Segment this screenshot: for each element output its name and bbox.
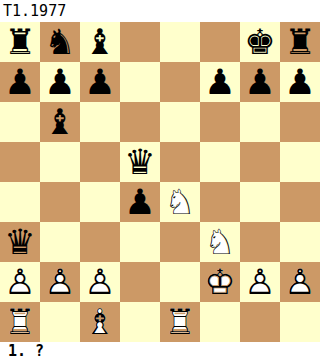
black-pawn-icon: ♟ [40, 62, 80, 102]
black-queen-icon: ♛ [0, 222, 40, 262]
square-e5[interactable] [160, 142, 200, 182]
square-c8[interactable]: ♝ [80, 22, 120, 62]
square-d4[interactable]: ♟ [120, 182, 160, 222]
square-g5[interactable] [240, 142, 280, 182]
white-bishop-icon: ♝♗ [80, 302, 120, 342]
square-a2[interactable]: ♟♙ [0, 262, 40, 302]
square-f1[interactable] [200, 302, 240, 342]
black-pawn-icon: ♟ [80, 62, 120, 102]
square-g8[interactable]: ♚ [240, 22, 280, 62]
header: T1.1977 [0, 0, 320, 22]
square-e6[interactable] [160, 102, 200, 142]
square-e4[interactable]: ♞♘ [160, 182, 200, 222]
square-d7[interactable] [120, 62, 160, 102]
square-b3[interactable] [40, 222, 80, 262]
white-piece-outline: ♔ [200, 262, 240, 302]
square-c6[interactable] [80, 102, 120, 142]
move-prompt: 1. ? [8, 342, 44, 360]
square-c1[interactable]: ♝♗ [80, 302, 120, 342]
square-f8[interactable] [200, 22, 240, 62]
black-pawn-icon: ♟ [280, 62, 320, 102]
square-b4[interactable] [40, 182, 80, 222]
square-e7[interactable] [160, 62, 200, 102]
white-pawn-icon: ♟♙ [280, 262, 320, 302]
square-a6[interactable] [0, 102, 40, 142]
black-pawn-icon: ♟ [0, 62, 40, 102]
square-g7[interactable]: ♟ [240, 62, 280, 102]
white-piece-outline: ♙ [240, 262, 280, 302]
square-b5[interactable] [40, 142, 80, 182]
black-rook-icon: ♜ [280, 22, 320, 62]
white-pawn-icon: ♟♙ [40, 262, 80, 302]
square-h4[interactable] [280, 182, 320, 222]
square-a4[interactable] [0, 182, 40, 222]
square-f4[interactable] [200, 182, 240, 222]
square-h7[interactable]: ♟ [280, 62, 320, 102]
black-pawn-icon: ♟ [120, 182, 160, 222]
square-h3[interactable] [280, 222, 320, 262]
square-g6[interactable] [240, 102, 280, 142]
square-e3[interactable] [160, 222, 200, 262]
white-piece-outline: ♘ [200, 222, 240, 262]
square-f2[interactable]: ♚♔ [200, 262, 240, 302]
square-f3[interactable]: ♞♘ [200, 222, 240, 262]
square-b7[interactable]: ♟ [40, 62, 80, 102]
square-e2[interactable] [160, 262, 200, 302]
white-king-icon: ♚♔ [200, 262, 240, 302]
white-piece-outline: ♙ [280, 262, 320, 302]
square-b6[interactable]: ♝ [40, 102, 80, 142]
white-knight-icon: ♞♘ [160, 182, 200, 222]
white-piece-outline: ♗ [80, 302, 120, 342]
white-pawn-icon: ♟♙ [0, 262, 40, 302]
square-d5[interactable]: ♛ [120, 142, 160, 182]
square-c4[interactable] [80, 182, 120, 222]
black-bishop-icon: ♝ [80, 22, 120, 62]
square-b2[interactable]: ♟♙ [40, 262, 80, 302]
white-pawn-icon: ♟♙ [240, 262, 280, 302]
square-g1[interactable] [240, 302, 280, 342]
square-c5[interactable] [80, 142, 120, 182]
white-piece-outline: ♙ [40, 262, 80, 302]
white-rook-icon: ♜♖ [0, 302, 40, 342]
black-knight-icon: ♞ [40, 22, 80, 62]
square-c2[interactable]: ♟♙ [80, 262, 120, 302]
square-d3[interactable] [120, 222, 160, 262]
square-b1[interactable] [40, 302, 80, 342]
square-d1[interactable] [120, 302, 160, 342]
black-bishop-icon: ♝ [40, 102, 80, 142]
white-piece-outline: ♖ [0, 302, 40, 342]
square-h1[interactable] [280, 302, 320, 342]
chess-board: ♜♞♝♚♜♟♟♟♟♟♟♝♛♟♞♘♛♞♘♟♙♟♙♟♙♚♔♟♙♟♙♜♖♝♗♜♖ [0, 22, 320, 342]
square-f6[interactable] [200, 102, 240, 142]
white-piece-outline: ♘ [160, 182, 200, 222]
square-e1[interactable]: ♜♖ [160, 302, 200, 342]
black-king-icon: ♚ [240, 22, 280, 62]
white-rook-icon: ♜♖ [160, 302, 200, 342]
square-h2[interactable]: ♟♙ [280, 262, 320, 302]
square-g3[interactable] [240, 222, 280, 262]
page-title: T1.1977 [3, 2, 66, 20]
square-a5[interactable] [0, 142, 40, 182]
black-pawn-icon: ♟ [200, 62, 240, 102]
white-piece-outline: ♖ [160, 302, 200, 342]
square-h5[interactable] [280, 142, 320, 182]
square-c7[interactable]: ♟ [80, 62, 120, 102]
square-h8[interactable]: ♜ [280, 22, 320, 62]
square-a1[interactable]: ♜♖ [0, 302, 40, 342]
black-pawn-icon: ♟ [240, 62, 280, 102]
white-piece-outline: ♙ [80, 262, 120, 302]
black-rook-icon: ♜ [0, 22, 40, 62]
black-queen-icon: ♛ [120, 142, 160, 182]
square-f7[interactable]: ♟ [200, 62, 240, 102]
square-a3[interactable]: ♛ [0, 222, 40, 262]
square-f5[interactable] [200, 142, 240, 182]
square-c3[interactable] [80, 222, 120, 262]
square-g2[interactable]: ♟♙ [240, 262, 280, 302]
white-pawn-icon: ♟♙ [80, 262, 120, 302]
square-h6[interactable] [280, 102, 320, 142]
square-e8[interactable] [160, 22, 200, 62]
white-piece-outline: ♙ [0, 262, 40, 302]
chess-diagram-page: T1.1977 ♜♞♝♚♜♟♟♟♟♟♟♝♛♟♞♘♛♞♘♟♙♟♙♟♙♚♔♟♙♟♙♜… [0, 0, 320, 360]
square-g4[interactable] [240, 182, 280, 222]
square-d2[interactable] [120, 262, 160, 302]
square-a8[interactable]: ♜ [0, 22, 40, 62]
footer: 1. ? [0, 342, 320, 360]
square-d8[interactable] [120, 22, 160, 62]
white-knight-icon: ♞♘ [200, 222, 240, 262]
square-d6[interactable] [120, 102, 160, 142]
square-a7[interactable]: ♟ [0, 62, 40, 102]
square-b8[interactable]: ♞ [40, 22, 80, 62]
